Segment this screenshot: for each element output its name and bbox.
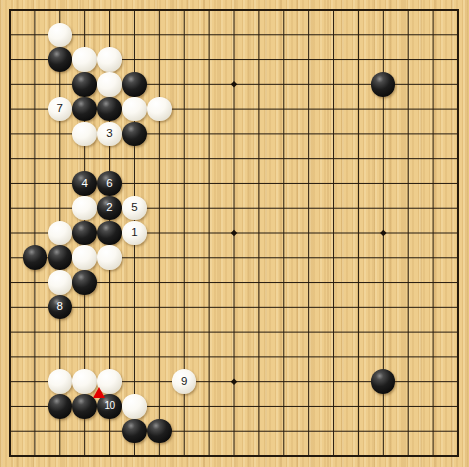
- stone-white: [48, 270, 73, 295]
- move-number: 3: [106, 128, 112, 140]
- stone-black: 6: [97, 171, 122, 196]
- stone-white: [48, 221, 73, 246]
- stone-white: [72, 122, 97, 147]
- stone-black: [371, 369, 396, 394]
- stone-white: [147, 97, 172, 122]
- stones-layer: 73462518910: [0, 0, 469, 467]
- stone-white: [122, 394, 147, 419]
- stone-white: 1: [122, 221, 147, 246]
- move-number: 4: [81, 178, 87, 190]
- stone-white: [97, 72, 122, 97]
- stone-black: [122, 72, 147, 97]
- goban[interactable]: 73462518910: [0, 0, 469, 467]
- stone-black: [122, 419, 147, 444]
- stone-black: [48, 47, 73, 72]
- move-number: 10: [104, 401, 114, 411]
- stone-white: [122, 97, 147, 122]
- stone-black: [371, 72, 396, 97]
- stone-black: [23, 245, 48, 270]
- stone-white: 7: [48, 97, 73, 122]
- move-number: 8: [57, 301, 63, 313]
- stone-black: [72, 221, 97, 246]
- move-number: 2: [106, 202, 112, 214]
- stone-black: 8: [48, 295, 73, 320]
- move-number: 6: [106, 178, 112, 190]
- stone-white: [48, 369, 73, 394]
- stone-white: [97, 47, 122, 72]
- stone-white: [72, 245, 97, 270]
- stone-white: [72, 47, 97, 72]
- stone-white: 5: [122, 196, 147, 221]
- stone-black: [97, 97, 122, 122]
- stone-black: 2: [97, 196, 122, 221]
- move-number: 5: [131, 202, 137, 214]
- stone-black: 10: [97, 394, 122, 419]
- red-triangle-marker: [93, 387, 105, 398]
- move-number: 9: [181, 376, 187, 388]
- stone-black: [97, 221, 122, 246]
- stone-white: 3: [97, 122, 122, 147]
- stone-black: [147, 419, 172, 444]
- stone-white: [72, 196, 97, 221]
- stone-black: 4: [72, 171, 97, 196]
- stone-white: 9: [172, 369, 197, 394]
- move-number: 1: [131, 227, 137, 239]
- stone-black: [72, 72, 97, 97]
- stone-black: [72, 270, 97, 295]
- stone-white: [97, 245, 122, 270]
- stone-black: [48, 394, 73, 419]
- stone-white: [48, 23, 73, 48]
- move-number: 7: [57, 103, 63, 115]
- stone-black: [72, 97, 97, 122]
- stone-black: [48, 245, 73, 270]
- stone-black: [122, 122, 147, 147]
